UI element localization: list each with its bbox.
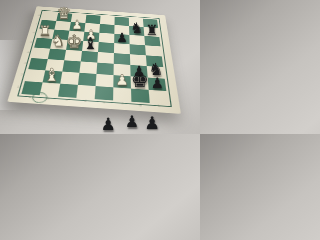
square-c1[interactable] (58, 84, 78, 98)
captured-black-pawn-1[interactable]: ♟ (100, 116, 115, 133)
rank-label-8: 8 (36, 14, 41, 16)
black-rook-h7[interactable]: ♜ (145, 23, 158, 37)
white-queen-b8[interactable]: ♛ (56, 6, 71, 22)
rank-label-5: 5 (28, 41, 34, 44)
black-pawn-f6[interactable]: ♟ (116, 31, 127, 44)
photo-of-chess-board: { "game": "chess", "board": { "files": [… (0, 0, 200, 134)
captured-black-pawn-3[interactable]: ♟ (144, 115, 160, 133)
file-label-f: f (121, 102, 122, 106)
file-label-d: d (84, 99, 87, 103)
square-f1[interactable] (113, 87, 131, 101)
black-king-g2[interactable]: ♚ (131, 70, 149, 90)
square-e1[interactable] (95, 86, 114, 100)
file-label-e: e (103, 101, 106, 105)
black-knight-g7[interactable]: ♞ (130, 21, 143, 36)
black-bishop-d5[interactable]: ♝ (83, 36, 97, 52)
square-h1[interactable] (149, 90, 168, 104)
file-label-h: h (158, 104, 161, 108)
white-bishop-b2[interactable]: ♝ (44, 66, 60, 84)
file-label-g: g (139, 103, 142, 107)
file-label-c: c (66, 98, 69, 102)
board-logo-stamp: USCF (31, 92, 48, 104)
white-pawn-f2[interactable]: ♟ (116, 74, 129, 89)
rank-label-4: 4 (25, 51, 31, 54)
rank-label-1: 1 (15, 85, 22, 89)
black-pawn-h2[interactable]: ♟ (151, 76, 164, 91)
captured-black-pawn-2[interactable]: ♟ (125, 114, 139, 130)
white-rook-a6[interactable]: ♜ (38, 24, 51, 38)
white-pawn-c7[interactable]: ♟ (71, 19, 82, 31)
rank-label-6: 6 (31, 31, 36, 34)
rank-label-2: 2 (19, 73, 25, 76)
white-king-c5[interactable]: ♚ (66, 33, 82, 51)
square-d1[interactable] (76, 85, 95, 99)
rank-label-3: 3 (22, 62, 28, 65)
white-knight-b5[interactable]: ♞ (51, 34, 65, 50)
